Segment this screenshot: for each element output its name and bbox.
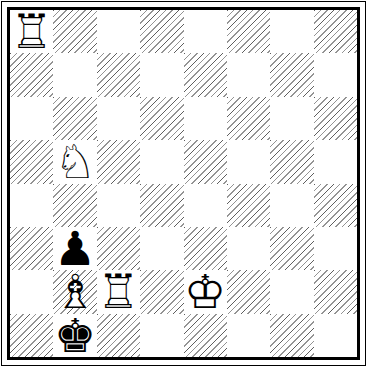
- square-g5[interactable]: [270, 140, 313, 183]
- square-a4[interactable]: [10, 184, 53, 227]
- square-a8[interactable]: ♜♖: [10, 10, 53, 53]
- square-g6[interactable]: [270, 97, 313, 140]
- square-h8[interactable]: [314, 10, 357, 53]
- square-f4[interactable]: [227, 184, 270, 227]
- square-g8[interactable]: [270, 10, 313, 53]
- square-d4[interactable]: [140, 184, 183, 227]
- square-h1[interactable]: [314, 314, 357, 357]
- white-king-glyph: ♔: [184, 270, 226, 313]
- square-d5[interactable]: [140, 140, 183, 183]
- square-h2[interactable]: [314, 270, 357, 313]
- square-f2[interactable]: [227, 270, 270, 313]
- square-b5[interactable]: ♞♘: [53, 140, 96, 183]
- square-c5[interactable]: [97, 140, 140, 183]
- square-a1[interactable]: [10, 314, 53, 357]
- square-d6[interactable]: [140, 97, 183, 140]
- white-king-e2: ♚♔: [184, 270, 227, 313]
- square-c8[interactable]: [97, 10, 140, 53]
- square-g1[interactable]: [270, 314, 313, 357]
- square-c3[interactable]: [97, 227, 140, 270]
- black-king-glyph: ♚: [54, 314, 96, 357]
- square-h4[interactable]: [314, 184, 357, 227]
- square-e5[interactable]: [184, 140, 227, 183]
- white-bishop-b2: ♝♗: [53, 270, 96, 313]
- square-d7[interactable]: [140, 53, 183, 96]
- square-c1[interactable]: [97, 314, 140, 357]
- white-rook-glyph: ♖: [11, 10, 53, 53]
- black-pawn-glyph: ♟: [54, 227, 96, 270]
- square-c2[interactable]: ♜♖: [97, 270, 140, 313]
- white-bishop-glyph: ♗: [54, 270, 96, 313]
- square-e8[interactable]: [184, 10, 227, 53]
- square-e6[interactable]: [184, 97, 227, 140]
- square-h6[interactable]: [314, 97, 357, 140]
- black-king-b1: ♚♚: [53, 314, 96, 357]
- board-outer-frame: ♜♖♞♘♟♟♝♗♜♖♚♔♚♚: [1, 1, 366, 366]
- square-b1[interactable]: ♚♚: [53, 314, 96, 357]
- white-rook-a8: ♜♖: [10, 10, 53, 53]
- square-g7[interactable]: [270, 53, 313, 96]
- square-h7[interactable]: [314, 53, 357, 96]
- square-e4[interactable]: [184, 184, 227, 227]
- square-a3[interactable]: [10, 227, 53, 270]
- square-c7[interactable]: [97, 53, 140, 96]
- square-b8[interactable]: [53, 10, 96, 53]
- square-h5[interactable]: [314, 140, 357, 183]
- square-a5[interactable]: [10, 140, 53, 183]
- square-c4[interactable]: [97, 184, 140, 227]
- chess-board: ♜♖♞♘♟♟♝♗♜♖♚♔♚♚: [10, 10, 357, 357]
- board-inner-frame: ♜♖♞♘♟♟♝♗♜♖♚♔♚♚: [7, 7, 360, 360]
- square-g4[interactable]: [270, 184, 313, 227]
- square-d3[interactable]: [140, 227, 183, 270]
- square-g2[interactable]: [270, 270, 313, 313]
- square-b6[interactable]: [53, 97, 96, 140]
- square-f8[interactable]: [227, 10, 270, 53]
- square-f3[interactable]: [227, 227, 270, 270]
- square-a6[interactable]: [10, 97, 53, 140]
- square-e2[interactable]: ♚♔: [184, 270, 227, 313]
- square-b3[interactable]: ♟♟: [53, 227, 96, 270]
- square-f6[interactable]: [227, 97, 270, 140]
- square-c6[interactable]: [97, 97, 140, 140]
- square-e3[interactable]: [184, 227, 227, 270]
- square-f5[interactable]: [227, 140, 270, 183]
- square-d2[interactable]: [140, 270, 183, 313]
- square-b7[interactable]: [53, 53, 96, 96]
- square-f1[interactable]: [227, 314, 270, 357]
- square-a2[interactable]: [10, 270, 53, 313]
- chess-diagram: ♜♖♞♘♟♟♝♗♜♖♚♔♚♚: [0, 0, 367, 367]
- white-rook-glyph: ♖: [97, 270, 139, 313]
- square-e7[interactable]: [184, 53, 227, 96]
- square-e1[interactable]: [184, 314, 227, 357]
- square-a7[interactable]: [10, 53, 53, 96]
- white-knight-glyph: ♘: [54, 140, 96, 183]
- square-h3[interactable]: [314, 227, 357, 270]
- square-b2[interactable]: ♝♗: [53, 270, 96, 313]
- white-rook-c2: ♜♖: [97, 270, 140, 313]
- square-f7[interactable]: [227, 53, 270, 96]
- square-b4[interactable]: [53, 184, 96, 227]
- square-d8[interactable]: [140, 10, 183, 53]
- black-pawn-b3: ♟♟: [53, 227, 96, 270]
- white-knight-b5: ♞♘: [53, 140, 96, 183]
- square-g3[interactable]: [270, 227, 313, 270]
- square-d1[interactable]: [140, 314, 183, 357]
